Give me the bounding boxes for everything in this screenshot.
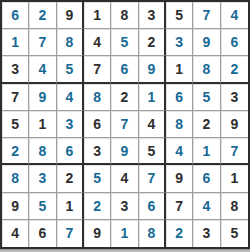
- cell-r3c2[interactable]: 4: [29, 56, 56, 83]
- cell-r8c6[interactable]: 6: [139, 193, 166, 220]
- cell-r5c9[interactable]: 9: [221, 111, 248, 138]
- cell-r4c4[interactable]: 8: [84, 84, 111, 111]
- cell-r3c4[interactable]: 7: [84, 56, 111, 83]
- cell-r9c2[interactable]: 6: [29, 220, 56, 247]
- cell-r3c3[interactable]: 5: [57, 56, 84, 83]
- cell-r9c9[interactable]: 5: [221, 220, 248, 247]
- cell-r5c1[interactable]: 5: [2, 111, 29, 138]
- cell-r6c1[interactable]: 2: [2, 138, 29, 165]
- cell-r3c6[interactable]: 9: [139, 56, 166, 83]
- cell-r3c7[interactable]: 1: [166, 56, 193, 83]
- cell-r3c1[interactable]: 3: [2, 56, 29, 83]
- cell-r1c9[interactable]: 4: [221, 2, 248, 29]
- cell-r2c7[interactable]: 3: [166, 29, 193, 56]
- cell-r1c5[interactable]: 8: [111, 2, 138, 29]
- cell-r8c4[interactable]: 2: [84, 193, 111, 220]
- cell-r1c8[interactable]: 7: [193, 2, 220, 29]
- cell-r7c7[interactable]: 9: [166, 165, 193, 192]
- cell-r4c8[interactable]: 5: [193, 84, 220, 111]
- cell-r5c4[interactable]: 6: [84, 111, 111, 138]
- cell-r8c8[interactable]: 4: [193, 193, 220, 220]
- sudoku-board: 6291835741784523963457691827948216535136…: [0, 0, 250, 249]
- cell-r6c4[interactable]: 3: [84, 138, 111, 165]
- cell-r1c6[interactable]: 3: [139, 2, 166, 29]
- cell-r4c5[interactable]: 2: [111, 84, 138, 111]
- cell-r8c2[interactable]: 5: [29, 193, 56, 220]
- cell-r4c3[interactable]: 4: [57, 84, 84, 111]
- cell-r6c9[interactable]: 7: [221, 138, 248, 165]
- sudoku-app: 6291835741784523963457691827948216535136…: [0, 0, 250, 252]
- cell-r6c2[interactable]: 8: [29, 138, 56, 165]
- cell-r6c7[interactable]: 4: [166, 138, 193, 165]
- cell-r6c3[interactable]: 6: [57, 138, 84, 165]
- cell-r5c8[interactable]: 2: [193, 111, 220, 138]
- cell-r7c9[interactable]: 1: [221, 165, 248, 192]
- cell-r7c4[interactable]: 5: [84, 165, 111, 192]
- cell-r8c7[interactable]: 7: [166, 193, 193, 220]
- cell-r9c1[interactable]: 4: [2, 220, 29, 247]
- cell-r4c2[interactable]: 9: [29, 84, 56, 111]
- cell-r4c9[interactable]: 3: [221, 84, 248, 111]
- cell-r4c7[interactable]: 6: [166, 84, 193, 111]
- cell-r5c3[interactable]: 3: [57, 111, 84, 138]
- cell-r8c5[interactable]: 3: [111, 193, 138, 220]
- cell-r1c3[interactable]: 9: [57, 2, 84, 29]
- cell-r2c2[interactable]: 7: [29, 29, 56, 56]
- cell-r5c6[interactable]: 4: [139, 111, 166, 138]
- cell-r1c1[interactable]: 6: [2, 2, 29, 29]
- cell-r7c1[interactable]: 8: [2, 165, 29, 192]
- cell-r9c6[interactable]: 8: [139, 220, 166, 247]
- cell-r3c9[interactable]: 2: [221, 56, 248, 83]
- cell-r2c5[interactable]: 5: [111, 29, 138, 56]
- cell-r9c5[interactable]: 1: [111, 220, 138, 247]
- cell-r9c3[interactable]: 7: [57, 220, 84, 247]
- cell-r1c7[interactable]: 5: [166, 2, 193, 29]
- cell-r2c4[interactable]: 4: [84, 29, 111, 56]
- cell-r6c6[interactable]: 5: [139, 138, 166, 165]
- cell-r4c1[interactable]: 7: [2, 84, 29, 111]
- cell-r1c4[interactable]: 1: [84, 2, 111, 29]
- cell-r1c2[interactable]: 2: [29, 2, 56, 29]
- cell-r8c9[interactable]: 8: [221, 193, 248, 220]
- cell-r2c1[interactable]: 1: [2, 29, 29, 56]
- cell-r2c6[interactable]: 2: [139, 29, 166, 56]
- cell-r2c9[interactable]: 6: [221, 29, 248, 56]
- cell-r7c6[interactable]: 7: [139, 165, 166, 192]
- cell-r5c2[interactable]: 1: [29, 111, 56, 138]
- cell-r2c8[interactable]: 9: [193, 29, 220, 56]
- cell-r7c2[interactable]: 3: [29, 165, 56, 192]
- cell-r3c8[interactable]: 8: [193, 56, 220, 83]
- cell-r7c8[interactable]: 6: [193, 165, 220, 192]
- cell-r9c7[interactable]: 2: [166, 220, 193, 247]
- cell-r2c3[interactable]: 8: [57, 29, 84, 56]
- cell-r6c5[interactable]: 9: [111, 138, 138, 165]
- cell-r7c5[interactable]: 4: [111, 165, 138, 192]
- cell-r3c5[interactable]: 6: [111, 56, 138, 83]
- cell-r9c8[interactable]: 3: [193, 220, 220, 247]
- cell-r8c1[interactable]: 9: [2, 193, 29, 220]
- cell-r8c3[interactable]: 1: [57, 193, 84, 220]
- cell-r6c8[interactable]: 1: [193, 138, 220, 165]
- cell-r5c5[interactable]: 7: [111, 111, 138, 138]
- cell-r9c4[interactable]: 9: [84, 220, 111, 247]
- cell-r7c3[interactable]: 2: [57, 165, 84, 192]
- cell-r4c6[interactable]: 1: [139, 84, 166, 111]
- cell-r5c7[interactable]: 8: [166, 111, 193, 138]
